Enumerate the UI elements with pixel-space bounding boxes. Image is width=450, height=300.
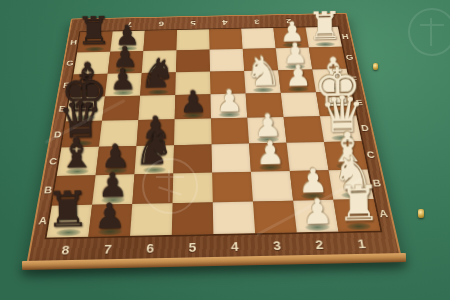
black-pawn-a7: ♟ (80, 198, 139, 234)
watermark-stamp-corner (408, 8, 450, 56)
board-squares-grid: ♜♟♟♜♟♟♝♟♞♞♟♝♚♟♟♚♛♟♟♛♝♟♞♟♝♟♟♞♜♟♟♜ (47, 27, 381, 238)
table-felt: 87654321 87654321 HGFEDCBA HGFEDCBA ♜♟♟♜… (0, 0, 450, 300)
chess-board: 87654321 87654321 HGFEDCBA HGFEDCBA ♜♟♟♜… (26, 13, 402, 266)
square-a7: ♟ (88, 204, 132, 237)
square-c6: ♞ (134, 145, 174, 174)
square-a1: ♜ (333, 199, 380, 232)
rank-label-far-4: 4 (209, 16, 241, 29)
square-h5 (176, 29, 209, 50)
square-b4 (212, 172, 253, 203)
square-b5 (173, 172, 213, 203)
brass-hinge-upper (373, 63, 378, 70)
square-h4 (209, 29, 243, 50)
white-rook-a1: ♜ (329, 180, 388, 230)
square-a5 (172, 202, 214, 235)
photo-chess-scene: { "game": "chess", "scene_description": … (0, 0, 450, 300)
rank-label-far-5: 5 (177, 17, 209, 30)
square-c3: ♟ (249, 143, 290, 172)
square-a4 (213, 201, 255, 234)
black-knight-c6: ♞ (126, 126, 181, 172)
brass-hinge-lower (418, 209, 424, 218)
